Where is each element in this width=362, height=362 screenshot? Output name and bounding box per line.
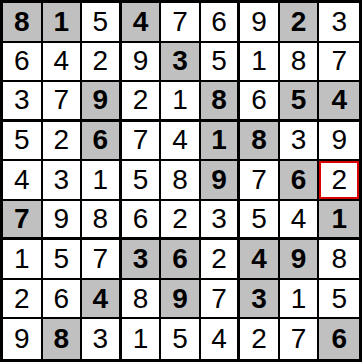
cell-r1c1[interactable]: 8 <box>3 3 43 43</box>
cell-r2c7[interactable]: 1 <box>240 43 280 83</box>
cell-r9c3[interactable]: 3 <box>82 319 122 359</box>
cell-r2c3[interactable]: 2 <box>82 43 122 83</box>
cell-r4c6[interactable]: 1 <box>201 122 241 162</box>
cell-r5c1[interactable]: 4 <box>3 161 43 201</box>
cell-r7c5[interactable]: 6 <box>161 240 201 280</box>
cell-r8c4[interactable]: 8 <box>122 280 162 320</box>
cell-r7c8[interactable]: 9 <box>280 240 320 280</box>
cell-r7c1[interactable]: 1 <box>3 240 43 280</box>
cell-r6c5[interactable]: 2 <box>161 201 201 241</box>
cell-r1c3[interactable]: 5 <box>82 3 122 43</box>
cell-r6c2[interactable]: 9 <box>43 201 83 241</box>
cell-r6c8[interactable]: 4 <box>280 201 320 241</box>
cell-r1c6[interactable]: 6 <box>201 3 241 43</box>
cell-r8c6[interactable]: 7 <box>201 280 241 320</box>
cell-r8c3[interactable]: 4 <box>82 280 122 320</box>
cell-r4c5[interactable]: 4 <box>161 122 201 162</box>
cell-r5c7[interactable]: 7 <box>240 161 280 201</box>
cell-r3c8[interactable]: 5 <box>280 82 320 122</box>
cell-r8c8[interactable]: 1 <box>280 280 320 320</box>
cell-r5c6[interactable]: 9 <box>201 161 241 201</box>
cell-r1c2[interactable]: 1 <box>43 3 83 43</box>
cell-r1c5[interactable]: 7 <box>161 3 201 43</box>
cell-r3c6[interactable]: 8 <box>201 82 241 122</box>
cell-r5c5[interactable]: 8 <box>161 161 201 201</box>
cell-r6c9[interactable]: 1 <box>319 201 359 241</box>
cell-r6c1[interactable]: 7 <box>3 201 43 241</box>
cell-r6c3[interactable]: 8 <box>82 201 122 241</box>
cell-r7c9[interactable]: 8 <box>319 240 359 280</box>
cell-r9c7[interactable]: 2 <box>240 319 280 359</box>
cell-r8c2[interactable]: 6 <box>43 280 83 320</box>
cell-r7c6[interactable]: 2 <box>201 240 241 280</box>
cell-r6c6[interactable]: 3 <box>201 201 241 241</box>
cell-r3c3[interactable]: 9 <box>82 82 122 122</box>
cell-r7c4[interactable]: 3 <box>122 240 162 280</box>
cell-r3c9[interactable]: 4 <box>319 82 359 122</box>
sudoku-board: 8154769236429351873792186545267418394315… <box>0 0 362 362</box>
cell-r9c5[interactable]: 5 <box>161 319 201 359</box>
cell-r9c8[interactable]: 7 <box>280 319 320 359</box>
cell-r9c6[interactable]: 4 <box>201 319 241 359</box>
cell-r7c3[interactable]: 7 <box>82 240 122 280</box>
cell-r9c2[interactable]: 8 <box>43 319 83 359</box>
cell-r2c4[interactable]: 9 <box>122 43 162 83</box>
cell-r1c8[interactable]: 2 <box>280 3 320 43</box>
cell-r1c4[interactable]: 4 <box>122 3 162 43</box>
cell-r2c5[interactable]: 3 <box>161 43 201 83</box>
cell-r4c4[interactable]: 7 <box>122 122 162 162</box>
cell-r4c3[interactable]: 6 <box>82 122 122 162</box>
cell-r8c1[interactable]: 2 <box>3 280 43 320</box>
cell-r4c7[interactable]: 8 <box>240 122 280 162</box>
cell-r9c4[interactable]: 1 <box>122 319 162 359</box>
cell-r3c7[interactable]: 6 <box>240 82 280 122</box>
cell-r6c4[interactable]: 6 <box>122 201 162 241</box>
cell-r9c1[interactable]: 9 <box>3 319 43 359</box>
cell-r2c8[interactable]: 8 <box>280 43 320 83</box>
cell-r2c2[interactable]: 4 <box>43 43 83 83</box>
cell-r6c7[interactable]: 5 <box>240 201 280 241</box>
cell-r4c8[interactable]: 3 <box>280 122 320 162</box>
cell-r5c2[interactable]: 3 <box>43 161 83 201</box>
cell-r5c4[interactable]: 5 <box>122 161 162 201</box>
cell-r4c9[interactable]: 9 <box>319 122 359 162</box>
cell-r2c6[interactable]: 5 <box>201 43 241 83</box>
cell-r1c9[interactable]: 3 <box>319 3 359 43</box>
cell-r8c5[interactable]: 9 <box>161 280 201 320</box>
cell-r7c2[interactable]: 5 <box>43 240 83 280</box>
cell-r8c9[interactable]: 5 <box>319 280 359 320</box>
cell-r5c3[interactable]: 1 <box>82 161 122 201</box>
cell-r3c4[interactable]: 2 <box>122 82 162 122</box>
cell-r3c1[interactable]: 3 <box>3 82 43 122</box>
cell-r9c9[interactable]: 6 <box>319 319 359 359</box>
cell-r5c9[interactable]: 2 <box>319 161 359 201</box>
cell-r4c2[interactable]: 2 <box>43 122 83 162</box>
cell-r2c1[interactable]: 6 <box>3 43 43 83</box>
cell-r3c2[interactable]: 7 <box>43 82 83 122</box>
cell-r4c1[interactable]: 5 <box>3 122 43 162</box>
cell-r8c7[interactable]: 3 <box>240 280 280 320</box>
cell-r2c9[interactable]: 7 <box>319 43 359 83</box>
cell-r3c5[interactable]: 1 <box>161 82 201 122</box>
cell-r7c7[interactable]: 4 <box>240 240 280 280</box>
cell-r5c8[interactable]: 6 <box>280 161 320 201</box>
cell-r1c7[interactable]: 9 <box>240 3 280 43</box>
